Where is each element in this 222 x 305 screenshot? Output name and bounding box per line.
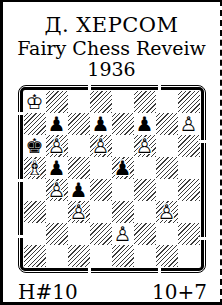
square-c8	[68, 91, 90, 113]
white-bishop-a5: ♝♗	[24, 157, 46, 179]
square-c5	[68, 157, 90, 179]
frame-notch	[88, 85, 91, 93]
stipulation: H#10	[18, 280, 78, 304]
square-g2	[156, 223, 178, 245]
white-pawn-b4: ♟♙	[46, 179, 68, 201]
square-h5	[178, 157, 200, 179]
material-count: 10+7	[152, 280, 207, 304]
publication-year: 1936	[3, 59, 220, 80]
square-f5	[134, 157, 156, 179]
square-e4	[112, 179, 134, 201]
square-d6: ♟♙	[90, 135, 112, 157]
square-g5	[156, 157, 178, 179]
frame-notch	[18, 179, 26, 182]
chess-board-frame: ♚♔♟♟♟♟♙♚♟♙♟♙♟♙♝♗♟♟♟♙♟♟♙♟♙♟♙	[18, 85, 206, 273]
square-d2	[90, 223, 112, 245]
white-pawn-e2: ♟♙	[112, 223, 134, 245]
square-b2	[46, 223, 68, 245]
square-b6: ♟♙	[46, 135, 68, 157]
frame-notch	[158, 85, 161, 93]
square-f1	[134, 245, 156, 267]
square-f8	[134, 91, 156, 113]
black-pawn-f7: ♟	[134, 113, 156, 135]
square-a8: ♚♔	[24, 91, 46, 113]
square-f4	[134, 179, 156, 201]
source-title: Fairy Chess Reveiw	[3, 38, 220, 59]
square-d4	[90, 179, 112, 201]
black-pawn-c4: ♟	[68, 179, 90, 201]
square-f6: ♟♙	[134, 135, 156, 157]
square-d5	[90, 157, 112, 179]
square-h3	[178, 201, 200, 223]
square-a7	[24, 113, 46, 135]
square-g6	[156, 135, 178, 157]
square-a3	[24, 201, 46, 223]
square-f7: ♟	[134, 113, 156, 135]
square-a6: ♚	[24, 135, 46, 157]
white-pawn-h7: ♟♙	[178, 113, 200, 135]
square-h7: ♟♙	[178, 113, 200, 135]
square-b3	[46, 201, 68, 223]
square-b5: ♟	[46, 157, 68, 179]
frame-notch	[18, 112, 26, 115]
square-h8	[178, 91, 200, 113]
square-e8	[112, 91, 134, 113]
square-b4: ♟♙	[46, 179, 68, 201]
white-pawn-c3: ♟♙	[68, 201, 90, 223]
square-d3	[90, 201, 112, 223]
square-a4	[24, 179, 46, 201]
frame-notch	[198, 140, 206, 143]
chess-board: ♚♔♟♟♟♟♙♚♟♙♟♙♟♙♝♗♟♟♟♙♟♟♙♟♙♟♙	[24, 91, 200, 267]
square-b1	[46, 245, 68, 267]
square-f3	[134, 201, 156, 223]
problem-diagram-page: Д. ХЕРСОМ Fairy Chess Reveiw 1936 ♚♔♟♟♟♟…	[0, 0, 222, 305]
square-c6	[68, 135, 90, 157]
frame-notch	[158, 265, 161, 273]
square-d7: ♟	[90, 113, 112, 135]
white-pawn-g3: ♟♙	[156, 201, 178, 223]
square-e2: ♟♙	[112, 223, 134, 245]
black-pawn-e5: ♟	[112, 157, 134, 179]
square-c4: ♟	[68, 179, 90, 201]
square-h4	[178, 179, 200, 201]
problem-header: Д. ХЕРСОМ Fairy Chess Reveiw 1936	[3, 14, 220, 80]
white-pawn-b6: ♟♙	[46, 135, 68, 157]
square-g1	[156, 245, 178, 267]
black-pawn-d7: ♟	[90, 113, 112, 135]
square-a1	[24, 245, 46, 267]
white-pawn-d6: ♟♙	[90, 135, 112, 157]
square-c2	[68, 223, 90, 245]
square-b8	[46, 91, 68, 113]
square-f2	[134, 223, 156, 245]
square-c1	[68, 245, 90, 267]
square-e3	[112, 201, 134, 223]
white-pawn-f6: ♟♙	[134, 135, 156, 157]
black-pawn-b5: ♟	[46, 157, 68, 179]
square-h2	[178, 223, 200, 245]
frame-notch	[198, 237, 206, 240]
square-a5: ♝♗	[24, 157, 46, 179]
chess-board-inner-border: ♚♔♟♟♟♟♙♚♟♙♟♙♟♙♝♗♟♟♟♙♟♟♙♟♙♟♙	[20, 87, 204, 271]
square-d8	[90, 91, 112, 113]
problem-footer: H#10 10+7	[18, 280, 207, 304]
black-pawn-b7: ♟	[46, 113, 68, 135]
square-c7	[68, 113, 90, 135]
square-g7	[156, 113, 178, 135]
frame-notch	[88, 265, 91, 273]
author-name: Д. ХЕРСОМ	[3, 14, 220, 38]
black-king-a6: ♚	[24, 135, 46, 157]
square-d1	[90, 245, 112, 267]
square-g8	[156, 91, 178, 113]
square-h1	[178, 245, 200, 267]
square-g4	[156, 179, 178, 201]
square-e6	[112, 135, 134, 157]
frame-notch	[18, 235, 26, 238]
white-king-a8: ♚♔	[24, 91, 46, 113]
square-b7: ♟	[46, 113, 68, 135]
square-c3: ♟♙	[68, 201, 90, 223]
square-a2	[24, 223, 46, 245]
square-e7	[112, 113, 134, 135]
square-h6	[178, 135, 200, 157]
square-g3: ♟♙	[156, 201, 178, 223]
square-e5: ♟	[112, 157, 134, 179]
square-e1	[112, 245, 134, 267]
